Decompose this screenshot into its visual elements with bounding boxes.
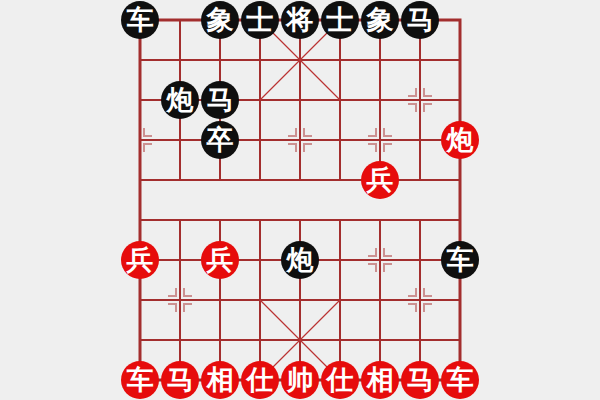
piece-black-elephant-2[interactable]: 象 <box>361 1 399 39</box>
piece-red-elephant-2[interactable]: 相 <box>361 361 399 399</box>
piece-red-horse-2[interactable]: 马 <box>401 361 439 399</box>
piece-red-soldier-1[interactable]: 兵 <box>361 161 399 199</box>
piece-red-soldier-2[interactable]: 兵 <box>121 241 159 279</box>
piece-red-advisor-1[interactable]: 仕 <box>241 361 279 399</box>
piece-black-horse-2[interactable]: 马 <box>201 81 239 119</box>
piece-black-advisor-1[interactable]: 士 <box>241 1 279 39</box>
piece-black-horse-1[interactable]: 马 <box>401 1 439 39</box>
xiangqi-board[interactable]: 车象士将士象马炮马卒炮车炮兵兵兵车马相仕帅仕相马车 <box>140 20 460 380</box>
piece-red-general[interactable]: 帅 <box>281 361 319 399</box>
piece-black-general[interactable]: 将 <box>281 1 319 39</box>
piece-black-advisor-2[interactable]: 士 <box>321 1 359 39</box>
piece-black-elephant-1[interactable]: 象 <box>201 1 239 39</box>
piece-red-cannon-1[interactable]: 炮 <box>441 121 479 159</box>
piece-black-soldier-1[interactable]: 卒 <box>201 121 239 159</box>
piece-red-soldier-3[interactable]: 兵 <box>201 241 239 279</box>
piece-red-horse-1[interactable]: 马 <box>161 361 199 399</box>
xiangqi-app: 车象士将士象马炮马卒炮车炮兵兵兵车马相仕帅仕相马车 <box>0 0 600 400</box>
piece-black-chariot-2[interactable]: 车 <box>441 241 479 279</box>
piece-red-chariot-1[interactable]: 车 <box>121 361 159 399</box>
piece-black-cannon-1[interactable]: 炮 <box>161 81 199 119</box>
piece-red-advisor-2[interactable]: 仕 <box>321 361 359 399</box>
piece-red-chariot-2[interactable]: 车 <box>441 361 479 399</box>
piece-black-chariot-1[interactable]: 车 <box>121 1 159 39</box>
board-grid <box>140 20 460 380</box>
piece-red-elephant-1[interactable]: 相 <box>201 361 239 399</box>
piece-black-cannon-2[interactable]: 炮 <box>281 241 319 279</box>
